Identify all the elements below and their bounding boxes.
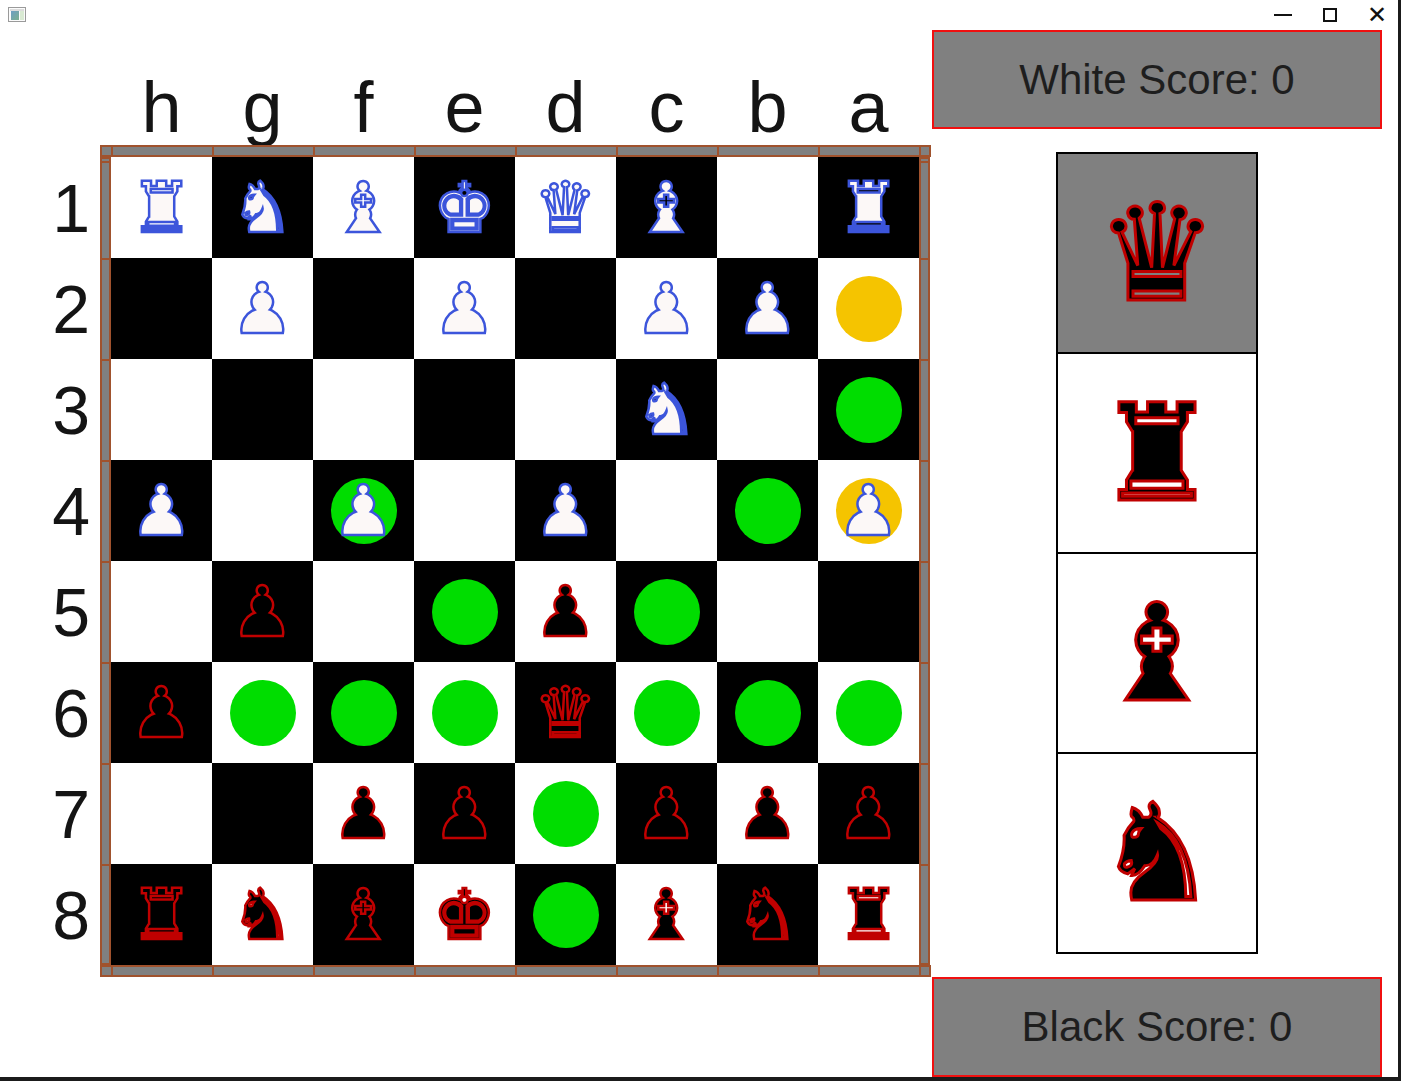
square-a6[interactable] xyxy=(818,662,919,763)
file-label-c: c xyxy=(616,66,717,148)
square-d3[interactable] xyxy=(515,359,616,460)
square-c5[interactable] xyxy=(616,561,717,662)
chess-app-window: ✕ hgfedcba 12345678 ♜♞♝♚♛♝♜♟♟♟♟♞♟♟♟♟♟♟♟♛… xyxy=(0,0,1401,1081)
rank-label-6: 6 xyxy=(14,662,98,763)
square-f5[interactable] xyxy=(313,561,414,662)
legal-move-dot-d8 xyxy=(533,882,599,948)
file-label-b: b xyxy=(717,66,818,148)
rank-label-7: 7 xyxy=(14,763,98,864)
square-f4[interactable]: ♟ xyxy=(313,460,414,561)
piece-black-pawn-h6: ♟ xyxy=(130,678,193,748)
square-g1[interactable]: ♞ xyxy=(212,157,313,258)
square-f3[interactable] xyxy=(313,359,414,460)
piece-black-king-e8: ♚ xyxy=(433,880,496,950)
board-frame-bottom xyxy=(100,965,931,977)
legal-move-dot-c5 xyxy=(634,579,700,645)
square-h3[interactable] xyxy=(111,359,212,460)
legal-move-dot-e5 xyxy=(432,579,498,645)
file-label-h: h xyxy=(111,66,212,148)
maximize-icon xyxy=(1323,8,1337,22)
square-a3[interactable] xyxy=(818,359,919,460)
white-score-label: White Score: 0 xyxy=(1019,56,1294,104)
minimize-button[interactable] xyxy=(1268,1,1298,29)
piece-white-pawn-a4: ♟ xyxy=(837,476,900,546)
square-b8[interactable]: ♞ xyxy=(717,864,818,965)
square-a5[interactable] xyxy=(818,561,919,662)
file-label-g: g xyxy=(212,66,313,148)
file-label-d: d xyxy=(515,66,616,148)
square-d7[interactable] xyxy=(515,763,616,864)
piece-white-knight-g1: ♞ xyxy=(231,173,294,243)
square-f2[interactable] xyxy=(313,258,414,359)
piece-white-rook-h1: ♜ xyxy=(130,173,193,243)
rank-label-2: 2 xyxy=(14,258,98,359)
promo-option-black-queen[interactable]: ♛ xyxy=(1056,152,1258,354)
square-c8[interactable]: ♝ xyxy=(616,864,717,965)
board-frame-right xyxy=(919,157,930,965)
square-h8[interactable]: ♜ xyxy=(111,864,212,965)
piece-white-knight-c3: ♞ xyxy=(635,375,698,445)
promo-piece-black-bishop: ♝ xyxy=(1096,586,1217,721)
square-g4[interactable] xyxy=(212,460,313,561)
rank-label-1: 1 xyxy=(14,157,98,258)
rank-labels: 12345678 xyxy=(14,157,98,965)
square-f7[interactable]: ♟ xyxy=(313,763,414,864)
square-b6[interactable] xyxy=(717,662,818,763)
square-a2[interactable] xyxy=(818,258,919,359)
square-f6[interactable] xyxy=(313,662,414,763)
square-g6[interactable] xyxy=(212,662,313,763)
legal-move-dot-e6 xyxy=(432,680,498,746)
piece-white-pawn-e2: ♟ xyxy=(433,274,496,344)
square-d6[interactable]: ♛ xyxy=(515,662,616,763)
piece-black-pawn-a7: ♟ xyxy=(837,779,900,849)
file-label-a: a xyxy=(818,66,919,148)
square-h6[interactable]: ♟ xyxy=(111,662,212,763)
close-icon: ✕ xyxy=(1367,3,1387,27)
rank-label-4: 4 xyxy=(14,460,98,561)
square-e3[interactable] xyxy=(414,359,515,460)
square-d5[interactable]: ♟ xyxy=(515,561,616,662)
square-e5[interactable] xyxy=(414,561,515,662)
piece-white-pawn-b2: ♟ xyxy=(736,274,799,344)
window-border-bottom xyxy=(0,1077,1401,1081)
piece-black-queen-d6: ♛ xyxy=(534,678,597,748)
promo-option-black-knight[interactable]: ♞ xyxy=(1056,752,1258,954)
legal-move-dot-f6 xyxy=(331,680,397,746)
square-e2[interactable]: ♟ xyxy=(414,258,515,359)
square-f8[interactable]: ♝ xyxy=(313,864,414,965)
piece-black-bishop-f8: ♝ xyxy=(332,880,395,950)
square-e8[interactable]: ♚ xyxy=(414,864,515,965)
square-g5[interactable]: ♟ xyxy=(212,561,313,662)
board-frame-top xyxy=(100,145,931,157)
square-h7[interactable] xyxy=(111,763,212,864)
square-c3[interactable]: ♞ xyxy=(616,359,717,460)
square-b4[interactable] xyxy=(717,460,818,561)
square-g7[interactable] xyxy=(212,763,313,864)
chess-board: ♜♞♝♚♛♝♜♟♟♟♟♞♟♟♟♟♟♟♟♛♟♟♟♟♟♜♞♝♚♝♞♜ xyxy=(111,157,919,965)
square-b2[interactable]: ♟ xyxy=(717,258,818,359)
file-labels: hgfedcba xyxy=(111,66,919,144)
legal-move-dot-c6 xyxy=(634,680,700,746)
square-e1[interactable]: ♚ xyxy=(414,157,515,258)
rank-label-8: 8 xyxy=(14,864,98,965)
legal-move-dot-b6 xyxy=(735,680,801,746)
square-b5[interactable] xyxy=(717,561,818,662)
square-a7[interactable]: ♟ xyxy=(818,763,919,864)
square-h4[interactable]: ♟ xyxy=(111,460,212,561)
rank-label-5: 5 xyxy=(14,561,98,662)
file-label-f: f xyxy=(313,66,414,148)
maximize-button[interactable] xyxy=(1315,1,1345,29)
piece-black-pawn-g5: ♟ xyxy=(231,577,294,647)
square-a4[interactable]: ♟ xyxy=(818,460,919,561)
legal-move-dot-a6 xyxy=(836,680,902,746)
window-controls: ✕ xyxy=(1262,0,1398,30)
promo-piece-black-queen: ♛ xyxy=(1096,186,1217,321)
square-d1[interactable]: ♛ xyxy=(515,157,616,258)
square-e7[interactable]: ♟ xyxy=(414,763,515,864)
square-d4[interactable]: ♟ xyxy=(515,460,616,561)
white-score-panel: White Score: 0 xyxy=(932,30,1382,129)
legal-move-dot-b4 xyxy=(735,478,801,544)
black-score-label: Black Score: 0 xyxy=(1022,1003,1293,1051)
square-h5[interactable] xyxy=(111,561,212,662)
promo-option-black-bishop[interactable]: ♝ xyxy=(1056,552,1258,754)
file-label-e: e xyxy=(414,66,515,148)
promo-option-black-rook[interactable]: ♜ xyxy=(1056,352,1258,554)
piece-black-knight-g8: ♞ xyxy=(231,880,294,950)
piece-black-pawn-c7: ♟ xyxy=(635,779,698,849)
square-g8[interactable]: ♞ xyxy=(212,864,313,965)
piece-white-queen-d1: ♛ xyxy=(534,173,597,243)
piece-white-pawn-d4: ♟ xyxy=(534,476,597,546)
piece-black-pawn-d5: ♟ xyxy=(534,577,597,647)
piece-white-rook-a1: ♜ xyxy=(837,173,900,243)
square-d2[interactable] xyxy=(515,258,616,359)
square-b1[interactable] xyxy=(717,157,818,258)
app-window-icon xyxy=(8,7,26,22)
close-button[interactable]: ✕ xyxy=(1362,1,1392,29)
square-a8[interactable]: ♜ xyxy=(818,864,919,965)
square-b3[interactable] xyxy=(717,359,818,460)
piece-white-bishop-f1: ♝ xyxy=(332,173,395,243)
square-e4[interactable] xyxy=(414,460,515,561)
piece-white-pawn-c2: ♟ xyxy=(635,274,698,344)
promo-piece-black-knight: ♞ xyxy=(1096,786,1217,921)
square-h2[interactable] xyxy=(111,258,212,359)
last-move-dot-a2 xyxy=(836,276,902,342)
piece-black-pawn-e7: ♟ xyxy=(433,779,496,849)
square-a1[interactable]: ♜ xyxy=(818,157,919,258)
piece-black-rook-a8: ♜ xyxy=(837,880,900,950)
piece-black-knight-b8: ♞ xyxy=(736,880,799,950)
square-e6[interactable] xyxy=(414,662,515,763)
piece-white-king-e1: ♚ xyxy=(433,173,496,243)
square-c1[interactable]: ♝ xyxy=(616,157,717,258)
square-g2[interactable]: ♟ xyxy=(212,258,313,359)
square-h1[interactable]: ♜ xyxy=(111,157,212,258)
square-b7[interactable]: ♟ xyxy=(717,763,818,864)
promo-piece-black-rook: ♜ xyxy=(1096,386,1217,521)
black-score-panel: Black Score: 0 xyxy=(932,977,1382,1077)
piece-black-bishop-c8: ♝ xyxy=(635,880,698,950)
minimize-icon xyxy=(1274,14,1292,16)
legal-move-dot-d7 xyxy=(533,781,599,847)
rank-label-3: 3 xyxy=(14,359,98,460)
square-c6[interactable] xyxy=(616,662,717,763)
piece-white-pawn-h4: ♟ xyxy=(130,476,193,546)
square-f1[interactable]: ♝ xyxy=(313,157,414,258)
square-c2[interactable]: ♟ xyxy=(616,258,717,359)
legal-move-dot-g6 xyxy=(230,680,296,746)
board-frame-left xyxy=(100,157,111,965)
piece-white-pawn-f4: ♟ xyxy=(332,476,395,546)
piece-black-pawn-b7: ♟ xyxy=(736,779,799,849)
piece-black-rook-h8: ♜ xyxy=(130,880,193,950)
square-g3[interactable] xyxy=(212,359,313,460)
square-c7[interactable]: ♟ xyxy=(616,763,717,864)
piece-white-bishop-c1: ♝ xyxy=(635,173,698,243)
piece-black-pawn-f7: ♟ xyxy=(332,779,395,849)
square-d8[interactable] xyxy=(515,864,616,965)
promotion-picker: ♛♜♝♞ xyxy=(1056,152,1258,954)
square-c4[interactable] xyxy=(616,460,717,561)
piece-white-pawn-g2: ♟ xyxy=(231,274,294,344)
legal-move-dot-a3 xyxy=(836,377,902,443)
